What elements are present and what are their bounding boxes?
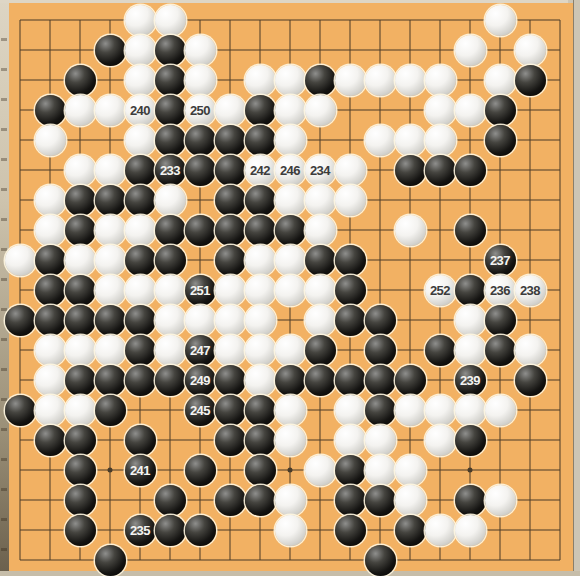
stone-white[interactable]: [95, 155, 126, 186]
stone-black[interactable]: [215, 425, 246, 456]
stone-black[interactable]: [125, 245, 156, 276]
stone-white[interactable]: [485, 5, 516, 36]
stone-black[interactable]: [215, 185, 246, 216]
stone-black[interactable]: [35, 305, 66, 336]
stone-black[interactable]: [155, 65, 186, 96]
stone-white[interactable]: [65, 95, 96, 126]
stone-black[interactable]: [155, 215, 186, 246]
stone-black[interactable]: 239: [455, 365, 486, 396]
stone-white[interactable]: [455, 335, 486, 366]
stone-black[interactable]: [95, 35, 126, 66]
frame-inner-line: [573, 0, 574, 576]
stone-white[interactable]: [275, 65, 306, 96]
stone-black[interactable]: [245, 185, 276, 216]
stone-white[interactable]: [425, 395, 456, 426]
stone-white[interactable]: [215, 275, 246, 306]
stone-black[interactable]: [215, 365, 246, 396]
stone-black[interactable]: [455, 485, 486, 516]
stone-white[interactable]: 234: [305, 155, 336, 186]
stone-black[interactable]: [65, 425, 96, 456]
stone-white[interactable]: [275, 335, 306, 366]
stone-black[interactable]: [245, 485, 276, 516]
stone-black[interactable]: [395, 515, 426, 546]
move-number-label: 247: [190, 344, 210, 357]
stone-white[interactable]: [335, 185, 366, 216]
stone-white[interactable]: [35, 335, 66, 366]
stone-black[interactable]: [365, 335, 396, 366]
stone-black[interactable]: [95, 305, 126, 336]
stone-black[interactable]: [95, 185, 126, 216]
move-number-label: 233: [160, 164, 180, 177]
stone-white[interactable]: [215, 335, 246, 366]
stone-white[interactable]: [455, 35, 486, 66]
stone-white[interactable]: [95, 275, 126, 306]
stone-white[interactable]: [275, 515, 306, 546]
stone-white[interactable]: [275, 425, 306, 456]
stone-black[interactable]: [245, 125, 276, 156]
stone-black[interactable]: [485, 125, 516, 156]
stone-white[interactable]: [245, 305, 276, 336]
stone-white[interactable]: [65, 335, 96, 366]
stone-black[interactable]: 235: [125, 515, 156, 546]
stone-black[interactable]: [65, 365, 96, 396]
stone-white[interactable]: [305, 275, 336, 306]
stone-white[interactable]: [125, 5, 156, 36]
stone-black[interactable]: [305, 335, 336, 366]
stone-white[interactable]: [125, 125, 156, 156]
stone-black[interactable]: [425, 335, 456, 366]
stone-white[interactable]: [275, 185, 306, 216]
stone-black[interactable]: [215, 245, 246, 276]
stone-white[interactable]: [95, 95, 126, 126]
stone-black[interactable]: [5, 305, 36, 336]
stone-black[interactable]: [155, 95, 186, 126]
stone-black[interactable]: [335, 275, 366, 306]
stone-black[interactable]: [215, 125, 246, 156]
stone-black[interactable]: [185, 515, 216, 546]
stone-white[interactable]: [275, 125, 306, 156]
stone-white[interactable]: [485, 65, 516, 96]
board-frame-bottom: [0, 571, 580, 576]
stone-black[interactable]: [305, 245, 336, 276]
stone-black[interactable]: [335, 485, 366, 516]
stone-black[interactable]: [275, 365, 306, 396]
stone-black[interactable]: [65, 455, 96, 486]
stone-black[interactable]: [515, 365, 546, 396]
stone-black[interactable]: [335, 515, 366, 546]
stone-black[interactable]: [335, 455, 366, 486]
stone-white[interactable]: [35, 395, 66, 426]
stone-black[interactable]: [125, 185, 156, 216]
move-number-label: 234: [310, 164, 330, 177]
stone-white[interactable]: [125, 215, 156, 246]
stone-black[interactable]: [35, 425, 66, 456]
stone-white[interactable]: [35, 185, 66, 216]
stone-white[interactable]: [125, 275, 156, 306]
move-number-label: 252: [430, 284, 450, 297]
stone-black[interactable]: [395, 155, 426, 186]
star-point: [468, 468, 473, 473]
stone-white[interactable]: [5, 245, 36, 276]
move-number-label: 245: [190, 404, 210, 417]
stone-black[interactable]: [185, 215, 216, 246]
stone-black[interactable]: [455, 215, 486, 246]
stone-white[interactable]: [365, 425, 396, 456]
go-application-window: 2402502332422462342372512522362382472492…: [0, 0, 580, 576]
stone-white[interactable]: [365, 125, 396, 156]
stone-black[interactable]: 233: [155, 155, 186, 186]
star-point: [108, 468, 113, 473]
stone-black[interactable]: [245, 215, 276, 246]
stone-black[interactable]: [245, 455, 276, 486]
stone-white[interactable]: 240: [125, 95, 156, 126]
frame-tick-marks: [1, 14, 7, 562]
stone-white[interactable]: [455, 305, 486, 336]
move-number-label: 242: [250, 164, 270, 177]
move-number-label: 236: [490, 284, 510, 297]
stone-black[interactable]: [245, 425, 276, 456]
stone-white[interactable]: [305, 185, 336, 216]
stone-white[interactable]: [515, 35, 546, 66]
stone-black[interactable]: 249: [185, 365, 216, 396]
stone-black[interactable]: 245: [185, 395, 216, 426]
stone-black[interactable]: [335, 365, 366, 396]
stone-white[interactable]: [65, 155, 96, 186]
stone-black[interactable]: [215, 155, 246, 186]
stone-white[interactable]: [365, 455, 396, 486]
stone-white[interactable]: [305, 95, 336, 126]
stone-white[interactable]: [395, 485, 426, 516]
stone-black[interactable]: [125, 365, 156, 396]
move-number-label: 251: [190, 284, 210, 297]
stone-white[interactable]: [425, 95, 456, 126]
stone-white[interactable]: [515, 335, 546, 366]
stone-black[interactable]: [65, 65, 96, 96]
stone-white[interactable]: [95, 335, 126, 366]
stone-white[interactable]: [155, 305, 186, 336]
stone-white[interactable]: [275, 395, 306, 426]
stone-black[interactable]: [125, 155, 156, 186]
stone-black[interactable]: [485, 335, 516, 366]
stone-black[interactable]: [455, 275, 486, 306]
stone-white[interactable]: [35, 215, 66, 246]
stone-black[interactable]: [65, 215, 96, 246]
stone-white[interactable]: 250: [185, 95, 216, 126]
stone-white[interactable]: 246: [275, 155, 306, 186]
move-number-label: 249: [190, 374, 210, 387]
stone-black[interactable]: [185, 155, 216, 186]
stone-white[interactable]: [485, 485, 516, 516]
stone-white[interactable]: [125, 35, 156, 66]
goban[interactable]: 2402502332422462342372512522362382472492…: [9, 3, 573, 571]
stone-white[interactable]: [245, 65, 276, 96]
stone-white[interactable]: [395, 125, 426, 156]
stone-white[interactable]: [35, 125, 66, 156]
stone-white[interactable]: [425, 515, 456, 546]
stone-white[interactable]: [155, 335, 186, 366]
star-point: [288, 468, 293, 473]
move-number-label: 237: [490, 254, 510, 267]
stone-white[interactable]: [455, 395, 486, 426]
stone-white[interactable]: [305, 455, 336, 486]
stone-black[interactable]: [35, 95, 66, 126]
stone-black[interactable]: [125, 335, 156, 366]
stone-black[interactable]: [425, 155, 456, 186]
stone-black[interactable]: [365, 485, 396, 516]
stone-white[interactable]: [455, 95, 486, 126]
stone-black[interactable]: [215, 215, 246, 246]
stone-black[interactable]: [335, 245, 366, 276]
stone-white[interactable]: [185, 65, 216, 96]
stone-white[interactable]: [455, 515, 486, 546]
stone-black[interactable]: [125, 425, 156, 456]
stone-black[interactable]: [395, 365, 426, 396]
stone-white[interactable]: [395, 65, 426, 96]
stone-black[interactable]: [65, 185, 96, 216]
stone-black[interactable]: [485, 95, 516, 126]
stone-white[interactable]: [155, 185, 186, 216]
move-number-label: 238: [520, 284, 540, 297]
stone-white[interactable]: [275, 245, 306, 276]
stone-black[interactable]: [485, 305, 516, 336]
stone-white[interactable]: [275, 95, 306, 126]
stone-black[interactable]: [155, 35, 186, 66]
stone-white[interactable]: [425, 65, 456, 96]
stone-white[interactable]: [95, 245, 126, 276]
stone-white[interactable]: [155, 275, 186, 306]
stone-black[interactable]: [65, 485, 96, 516]
stone-black[interactable]: [65, 515, 96, 546]
stone-black[interactable]: [335, 305, 366, 336]
stone-white[interactable]: 252: [425, 275, 456, 306]
stone-white[interactable]: [425, 125, 456, 156]
stone-black[interactable]: [275, 215, 306, 246]
stone-white[interactable]: 238: [515, 275, 546, 306]
stone-white[interactable]: [305, 215, 336, 246]
stone-black[interactable]: 247: [185, 335, 216, 366]
stone-white[interactable]: 242: [245, 155, 276, 186]
stone-white[interactable]: [185, 305, 216, 336]
stone-black[interactable]: [215, 485, 246, 516]
stone-white[interactable]: [215, 95, 246, 126]
stone-white[interactable]: [335, 65, 366, 96]
move-number-label: 250: [190, 104, 210, 117]
stone-black[interactable]: [365, 545, 396, 576]
stone-black[interactable]: [65, 275, 96, 306]
stone-black[interactable]: [245, 95, 276, 126]
stone-black[interactable]: [95, 545, 126, 576]
move-number-label: 239: [460, 374, 480, 387]
stone-black[interactable]: [365, 305, 396, 336]
stone-white[interactable]: [155, 5, 186, 36]
stone-white[interactable]: [185, 35, 216, 66]
stone-white[interactable]: [395, 395, 426, 426]
stone-black[interactable]: [155, 485, 186, 516]
stone-white[interactable]: [245, 245, 276, 276]
stone-black[interactable]: [305, 65, 336, 96]
stone-black[interactable]: [185, 455, 216, 486]
stone-black[interactable]: [95, 365, 126, 396]
stone-white[interactable]: [215, 305, 246, 336]
stone-white[interactable]: [245, 335, 276, 366]
stone-black[interactable]: [455, 155, 486, 186]
stone-black[interactable]: 251: [185, 275, 216, 306]
stone-black[interactable]: [65, 305, 96, 336]
stone-black[interactable]: 241: [125, 455, 156, 486]
move-number-label: 235: [130, 524, 150, 537]
stone-white[interactable]: [275, 275, 306, 306]
stone-white[interactable]: [395, 215, 426, 246]
stone-black[interactable]: [185, 125, 216, 156]
stone-white[interactable]: [65, 245, 96, 276]
stone-white[interactable]: [335, 155, 366, 186]
stone-black[interactable]: [35, 245, 66, 276]
stone-white[interactable]: [125, 65, 156, 96]
stone-black[interactable]: [155, 515, 186, 546]
stone-white[interactable]: [485, 395, 516, 426]
stone-black[interactable]: [5, 395, 36, 426]
stone-black[interactable]: [365, 395, 396, 426]
stone-black[interactable]: [455, 425, 486, 456]
stone-white[interactable]: [365, 65, 396, 96]
stone-white[interactable]: [275, 485, 306, 516]
stone-white[interactable]: [395, 455, 426, 486]
stone-white[interactable]: [305, 305, 336, 336]
stone-black[interactable]: [95, 395, 126, 426]
stone-black[interactable]: [305, 365, 336, 396]
stone-white[interactable]: [245, 365, 276, 396]
move-number-label: 246: [280, 164, 300, 177]
stone-black[interactable]: [215, 395, 246, 426]
stone-white[interactable]: [245, 275, 276, 306]
stone-white[interactable]: 236: [485, 275, 516, 306]
stone-black[interactable]: [35, 275, 66, 306]
stone-black[interactable]: [245, 395, 276, 426]
stone-white[interactable]: [95, 215, 126, 246]
stone-black[interactable]: [365, 365, 396, 396]
stone-white[interactable]: [335, 425, 366, 456]
stone-black[interactable]: [125, 305, 156, 336]
move-number-label: 240: [130, 104, 150, 117]
stone-white[interactable]: [65, 395, 96, 426]
stone-black[interactable]: [155, 245, 186, 276]
stone-white[interactable]: [35, 365, 66, 396]
stone-black[interactable]: 237: [485, 245, 516, 276]
stone-white[interactable]: [425, 425, 456, 456]
move-number-label: 241: [130, 464, 150, 477]
stone-white[interactable]: [335, 395, 366, 426]
stone-black[interactable]: [155, 365, 186, 396]
stone-black[interactable]: [515, 65, 546, 96]
stone-black[interactable]: [155, 125, 186, 156]
